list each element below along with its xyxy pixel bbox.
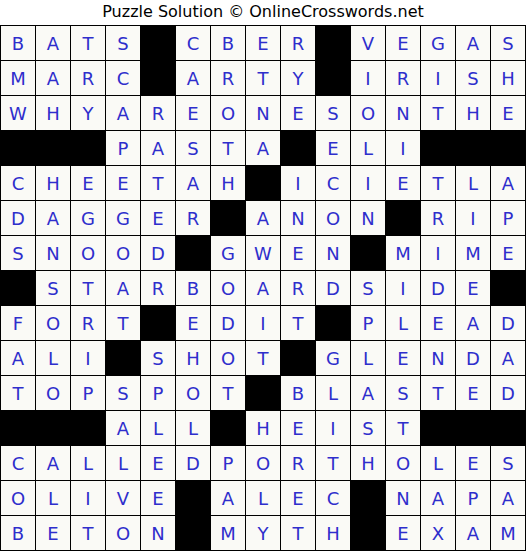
cell-r10c3: I	[71, 341, 105, 375]
cell-r2c14: S	[456, 61, 490, 95]
cell-r12c6: L	[176, 411, 210, 445]
black-cell-r12c2	[36, 411, 70, 445]
cell-r3c15: E	[491, 96, 525, 130]
cell-r5c11: I	[351, 166, 385, 200]
black-cell-r5c8	[246, 166, 280, 200]
black-cell-r11c8	[246, 376, 280, 410]
cell-r12c8: H	[246, 411, 280, 445]
cell-r12c9: E	[281, 411, 315, 445]
cell-r12c11: S	[351, 411, 385, 445]
cell-r9c12: L	[386, 306, 420, 340]
cell-r3c11: O	[351, 96, 385, 130]
cell-r14c2: L	[36, 481, 70, 515]
cell-r3c2: H	[36, 96, 70, 130]
cell-r3c6: E	[176, 96, 210, 130]
cell-r8c5: R	[141, 271, 175, 305]
cell-r10c12: E	[386, 341, 420, 375]
cell-r11c1: T	[1, 376, 35, 410]
crossword-grid: BATSCBERVEGASMARCARTYIRISHWHYAREONESONTH…	[0, 25, 526, 551]
cell-r13c5: E	[141, 446, 175, 480]
cell-r4c12: I	[386, 131, 420, 165]
cell-r9c2: O	[36, 306, 70, 340]
cell-r6c11: N	[351, 201, 385, 235]
cell-r2c1: M	[1, 61, 35, 95]
cell-r11c13: T	[421, 376, 455, 410]
cell-r1c7: B	[211, 26, 245, 60]
black-cell-r4c3	[71, 131, 105, 165]
black-cell-r6c7	[211, 201, 245, 235]
cell-r14c14: P	[456, 481, 490, 515]
cell-r8c11: S	[351, 271, 385, 305]
black-cell-r12c7	[211, 411, 245, 445]
cell-r9c7: D	[211, 306, 245, 340]
cell-r14c10: C	[316, 481, 350, 515]
cell-r6c15: P	[491, 201, 525, 235]
cell-r11c4: S	[106, 376, 140, 410]
cell-r13c8: O	[246, 446, 280, 480]
cell-r8c7: O	[211, 271, 245, 305]
cell-r2c4: C	[106, 61, 140, 95]
black-cell-r1c5	[141, 26, 175, 60]
cell-r2c8: T	[246, 61, 280, 95]
cell-r15c1: B	[1, 516, 35, 550]
cell-r5c9: I	[281, 166, 315, 200]
cell-r3c10: S	[316, 96, 350, 130]
puzzle-title: Puzzle Solution © OnlineCrosswords.net	[0, 0, 526, 25]
cell-r10c10: G	[316, 341, 350, 375]
cell-r6c13: R	[421, 201, 455, 235]
cell-r15c5: N	[141, 516, 175, 550]
cell-r8c12: I	[386, 271, 420, 305]
cell-r5c4: E	[106, 166, 140, 200]
cell-r14c4: V	[106, 481, 140, 515]
cell-r13c9: R	[281, 446, 315, 480]
cell-r6c4: G	[106, 201, 140, 235]
cell-r2c7: R	[211, 61, 245, 95]
cell-r7c4: O	[106, 236, 140, 270]
cell-r2c2: A	[36, 61, 70, 95]
black-cell-r15c11	[351, 516, 385, 550]
cell-r1c1: B	[1, 26, 35, 60]
cell-r2c13: I	[421, 61, 455, 95]
cell-r12c4: A	[106, 411, 140, 445]
cell-r10c5: S	[141, 341, 175, 375]
cell-r1c9: R	[281, 26, 315, 60]
cell-r7c10: N	[316, 236, 350, 270]
cell-r3c1: W	[1, 96, 35, 130]
cell-r13c4: L	[106, 446, 140, 480]
cell-r12c5: L	[141, 411, 175, 445]
black-cell-r4c2	[36, 131, 70, 165]
black-cell-r4c13	[421, 131, 455, 165]
cell-r6c14: I	[456, 201, 490, 235]
cell-r1c6: C	[176, 26, 210, 60]
cell-r10c14: D	[456, 341, 490, 375]
cell-r3c3: Y	[71, 96, 105, 130]
cell-r7c15: E	[491, 236, 525, 270]
black-cell-r4c14	[456, 131, 490, 165]
cell-r1c3: T	[71, 26, 105, 60]
puzzle-page: Puzzle Solution © OnlineCrosswords.net B…	[0, 0, 526, 551]
cell-r15c8: Y	[246, 516, 280, 550]
cell-r10c2: L	[36, 341, 70, 375]
cell-r11c6: O	[176, 376, 210, 410]
black-cell-r4c15	[491, 131, 525, 165]
cell-r6c9: N	[281, 201, 315, 235]
black-cell-r8c1	[1, 271, 35, 305]
black-cell-r12c15	[491, 411, 525, 445]
cell-r8c3: T	[71, 271, 105, 305]
cell-r15c13: X	[421, 516, 455, 550]
cell-r15c15: M	[491, 516, 525, 550]
cell-r15c3: T	[71, 516, 105, 550]
cell-r3c13: T	[421, 96, 455, 130]
cell-r6c2: A	[36, 201, 70, 235]
black-cell-r15c6	[176, 516, 210, 550]
cell-r4c11: L	[351, 131, 385, 165]
cell-r9c15: D	[491, 306, 525, 340]
cell-r5c13: T	[421, 166, 455, 200]
cell-r8c4: A	[106, 271, 140, 305]
cell-r7c14: M	[456, 236, 490, 270]
cell-r15c9: T	[281, 516, 315, 550]
black-cell-r12c14	[456, 411, 490, 445]
cell-r7c1: S	[1, 236, 35, 270]
cell-r8c6: B	[176, 271, 210, 305]
black-cell-r6c12	[386, 201, 420, 235]
cell-r11c15: D	[491, 376, 525, 410]
cell-r6c5: E	[141, 201, 175, 235]
cell-r13c6: D	[176, 446, 210, 480]
cell-r1c8: E	[246, 26, 280, 60]
cell-r4c10: E	[316, 131, 350, 165]
cell-r14c15: A	[491, 481, 525, 515]
cell-r4c4: P	[106, 131, 140, 165]
cell-r8c2: S	[36, 271, 70, 305]
cell-r13c2: A	[36, 446, 70, 480]
cell-r5c12: E	[386, 166, 420, 200]
cell-r15c2: E	[36, 516, 70, 550]
cell-r1c14: A	[456, 26, 490, 60]
black-cell-r14c6	[176, 481, 210, 515]
cell-r10c8: T	[246, 341, 280, 375]
cell-r14c12: N	[386, 481, 420, 515]
cell-r10c15: A	[491, 341, 525, 375]
cell-r8c8: A	[246, 271, 280, 305]
cell-r14c7: A	[211, 481, 245, 515]
cell-r4c6: S	[176, 131, 210, 165]
black-cell-r12c1	[1, 411, 35, 445]
cell-r13c1: C	[1, 446, 35, 480]
cell-r2c6: A	[176, 61, 210, 95]
cell-r14c3: I	[71, 481, 105, 515]
cell-r2c12: R	[386, 61, 420, 95]
cell-r3c14: H	[456, 96, 490, 130]
cell-r10c11: L	[351, 341, 385, 375]
cell-r6c8: A	[246, 201, 280, 235]
black-cell-r4c9	[281, 131, 315, 165]
cell-r11c10: L	[316, 376, 350, 410]
cell-r4c5: A	[141, 131, 175, 165]
cell-r8c13: D	[421, 271, 455, 305]
cell-r5c7: H	[211, 166, 245, 200]
cell-r7c12: M	[386, 236, 420, 270]
cell-r13c15: S	[491, 446, 525, 480]
cell-r8c14: E	[456, 271, 490, 305]
cell-r1c15: S	[491, 26, 525, 60]
cell-r12c12: T	[386, 411, 420, 445]
cell-r14c1: O	[1, 481, 35, 515]
cell-r2c3: R	[71, 61, 105, 95]
cell-r9c3: R	[71, 306, 105, 340]
cell-r7c13: I	[421, 236, 455, 270]
cell-r9c8: I	[246, 306, 280, 340]
black-cell-r9c10	[316, 306, 350, 340]
cell-r10c13: N	[421, 341, 455, 375]
cell-r8c10: D	[316, 271, 350, 305]
cell-r11c12: S	[386, 376, 420, 410]
cell-r4c7: T	[211, 131, 245, 165]
cell-r3c7: O	[211, 96, 245, 130]
cell-r5c15: A	[491, 166, 525, 200]
black-cell-r7c11	[351, 236, 385, 270]
cell-r10c1: A	[1, 341, 35, 375]
cell-r13c12: O	[386, 446, 420, 480]
cell-r9c9: T	[281, 306, 315, 340]
cell-r9c1: F	[1, 306, 35, 340]
cell-r1c13: G	[421, 26, 455, 60]
cell-r5c1: C	[1, 166, 35, 200]
cell-r7c3: O	[71, 236, 105, 270]
cell-r13c10: T	[316, 446, 350, 480]
cell-r13c3: L	[71, 446, 105, 480]
black-cell-r10c4	[106, 341, 140, 375]
cell-r7c5: D	[141, 236, 175, 270]
cell-r9c11: P	[351, 306, 385, 340]
cell-r2c11: I	[351, 61, 385, 95]
cell-r8c9: R	[281, 271, 315, 305]
black-cell-r8c15	[491, 271, 525, 305]
cell-r14c8: L	[246, 481, 280, 515]
cell-r10c6: H	[176, 341, 210, 375]
cell-r7c8: W	[246, 236, 280, 270]
cell-r3c5: R	[141, 96, 175, 130]
cell-r5c14: L	[456, 166, 490, 200]
black-cell-r2c5	[141, 61, 175, 95]
black-cell-r12c13	[421, 411, 455, 445]
cell-r15c14: A	[456, 516, 490, 550]
cell-r4c8: A	[246, 131, 280, 165]
cell-r7c9: E	[281, 236, 315, 270]
cell-r3c8: N	[246, 96, 280, 130]
cell-r12c10: I	[316, 411, 350, 445]
cell-r15c10: H	[316, 516, 350, 550]
cell-r14c9: E	[281, 481, 315, 515]
cell-r3c4: A	[106, 96, 140, 130]
cell-r1c12: E	[386, 26, 420, 60]
cell-r11c7: T	[211, 376, 245, 410]
cell-r9c6: E	[176, 306, 210, 340]
cell-r11c14: E	[456, 376, 490, 410]
black-cell-r4c1	[1, 131, 35, 165]
cell-r9c14: A	[456, 306, 490, 340]
cell-r13c14: E	[456, 446, 490, 480]
cell-r5c10: C	[316, 166, 350, 200]
cell-r5c2: H	[36, 166, 70, 200]
cell-r11c2: O	[36, 376, 70, 410]
cell-r1c2: A	[36, 26, 70, 60]
cell-r11c5: P	[141, 376, 175, 410]
cell-r1c4: S	[106, 26, 140, 60]
black-cell-r14c11	[351, 481, 385, 515]
cell-r3c9: E	[281, 96, 315, 130]
cell-r5c3: E	[71, 166, 105, 200]
black-cell-r1c10	[316, 26, 350, 60]
cell-r14c5: E	[141, 481, 175, 515]
cell-r2c15: H	[491, 61, 525, 95]
black-cell-r12c3	[71, 411, 105, 445]
cell-r6c1: D	[1, 201, 35, 235]
cell-r9c13: E	[421, 306, 455, 340]
cell-r6c3: G	[71, 201, 105, 235]
cell-r6c6: R	[176, 201, 210, 235]
cell-r10c7: O	[211, 341, 245, 375]
cell-r11c11: A	[351, 376, 385, 410]
cell-r14c13: A	[421, 481, 455, 515]
cell-r6c10: O	[316, 201, 350, 235]
cell-r2c9: Y	[281, 61, 315, 95]
cell-r11c9: B	[281, 376, 315, 410]
black-cell-r9c5	[141, 306, 175, 340]
black-cell-r10c9	[281, 341, 315, 375]
cell-r13c7: P	[211, 446, 245, 480]
cell-r11c3: P	[71, 376, 105, 410]
cell-r13c13: L	[421, 446, 455, 480]
cell-r3c12: N	[386, 96, 420, 130]
cell-r7c2: N	[36, 236, 70, 270]
cell-r13c11: H	[351, 446, 385, 480]
cell-r9c4: T	[106, 306, 140, 340]
black-cell-r2c10	[316, 61, 350, 95]
cell-r15c7: M	[211, 516, 245, 550]
cell-r1c11: V	[351, 26, 385, 60]
cell-r5c5: T	[141, 166, 175, 200]
black-cell-r7c6	[176, 236, 210, 270]
cell-r15c12: E	[386, 516, 420, 550]
cell-r15c4: O	[106, 516, 140, 550]
cell-r7c7: G	[211, 236, 245, 270]
cell-r5c6: A	[176, 166, 210, 200]
